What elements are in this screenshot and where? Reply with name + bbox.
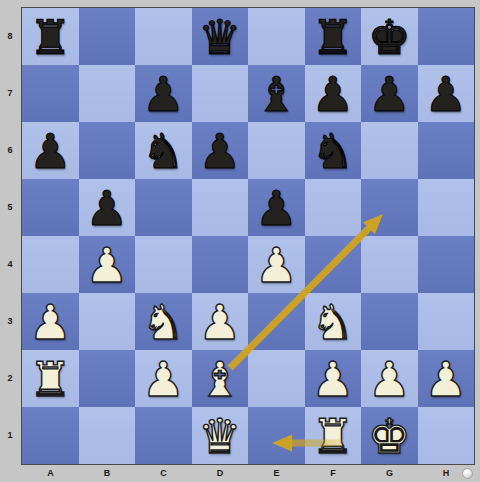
file-label-d: D: [192, 465, 249, 480]
white-knight[interactable]: ♞: [142, 298, 185, 346]
rank-label-8: 8: [0, 7, 20, 64]
rank-label-5: 5: [0, 178, 20, 235]
square-f3[interactable]: ♞: [305, 293, 362, 350]
white-pawn[interactable]: ♟: [368, 355, 411, 403]
white-king[interactable]: ♚: [368, 412, 411, 460]
white-pawn[interactable]: ♟: [255, 241, 298, 289]
rank-label-4: 4: [0, 235, 20, 292]
black-rook[interactable]: ♜: [29, 13, 72, 61]
black-knight[interactable]: ♞: [142, 127, 185, 175]
square-e2[interactable]: [248, 350, 305, 407]
square-a5[interactable]: [22, 179, 79, 236]
white-pawn[interactable]: ♟: [29, 298, 72, 346]
square-e5[interactable]: ♟: [248, 179, 305, 236]
white-queen[interactable]: ♛: [198, 412, 241, 460]
white-rook[interactable]: ♜: [29, 355, 72, 403]
black-pawn[interactable]: ♟: [198, 127, 241, 175]
chess-board: ♜♛♜♚♟♝♟♟♟♟♞♟♞♟♟♟♟♟♞♟♞♜♟♝♟♟♟♛♜♚: [21, 7, 475, 465]
square-a3[interactable]: ♟: [22, 293, 79, 350]
square-d7[interactable]: [192, 65, 249, 122]
square-a7[interactable]: [22, 65, 79, 122]
white-knight[interactable]: ♞: [311, 298, 354, 346]
rank-label-2: 2: [0, 349, 20, 406]
square-c2[interactable]: ♟: [135, 350, 192, 407]
resize-grip[interactable]: [462, 468, 473, 479]
square-b3[interactable]: [79, 293, 136, 350]
square-g7[interactable]: ♟: [361, 65, 418, 122]
square-h1[interactable]: [418, 407, 475, 464]
square-e8[interactable]: [248, 8, 305, 65]
black-pawn[interactable]: ♟: [29, 127, 72, 175]
file-label-c: C: [135, 465, 192, 480]
rank-label-1: 1: [0, 406, 20, 463]
square-h3[interactable]: [418, 293, 475, 350]
square-g5[interactable]: [361, 179, 418, 236]
rank-label-6: 6: [0, 121, 20, 178]
square-h6[interactable]: [418, 122, 475, 179]
black-pawn[interactable]: ♟: [142, 70, 185, 118]
rank-label-7: 7: [0, 64, 20, 121]
rank-label-3: 3: [0, 292, 20, 349]
square-e6[interactable]: [248, 122, 305, 179]
black-pawn[interactable]: ♟: [311, 70, 354, 118]
square-f4[interactable]: [305, 236, 362, 293]
square-h7[interactable]: ♟: [418, 65, 475, 122]
square-c6[interactable]: ♞: [135, 122, 192, 179]
square-b8[interactable]: [79, 8, 136, 65]
square-e3[interactable]: [248, 293, 305, 350]
square-c3[interactable]: ♞: [135, 293, 192, 350]
white-pawn[interactable]: ♟: [198, 298, 241, 346]
square-f1[interactable]: ♜: [305, 407, 362, 464]
square-b1[interactable]: [79, 407, 136, 464]
square-d5[interactable]: [192, 179, 249, 236]
square-h8[interactable]: [418, 8, 475, 65]
square-h5[interactable]: [418, 179, 475, 236]
square-b2[interactable]: [79, 350, 136, 407]
white-pawn[interactable]: ♟: [424, 355, 467, 403]
square-e7[interactable]: ♝: [248, 65, 305, 122]
square-h4[interactable]: [418, 236, 475, 293]
square-g4[interactable]: [361, 236, 418, 293]
file-label-b: B: [79, 465, 136, 480]
file-label-f: F: [305, 465, 362, 480]
square-g2[interactable]: ♟: [361, 350, 418, 407]
square-d2[interactable]: ♝: [192, 350, 249, 407]
file-label-a: A: [22, 465, 79, 480]
square-g6[interactable]: [361, 122, 418, 179]
black-king[interactable]: ♚: [368, 13, 411, 61]
white-pawn[interactable]: ♟: [311, 355, 354, 403]
square-e4[interactable]: ♟: [248, 236, 305, 293]
white-bishop[interactable]: ♝: [198, 355, 241, 403]
square-g3[interactable]: [361, 293, 418, 350]
square-b6[interactable]: [79, 122, 136, 179]
black-knight[interactable]: ♞: [311, 127, 354, 175]
square-g8[interactable]: ♚: [361, 8, 418, 65]
square-a6[interactable]: ♟: [22, 122, 79, 179]
file-label-g: G: [361, 465, 418, 480]
square-g1[interactable]: ♚: [361, 407, 418, 464]
square-f7[interactable]: ♟: [305, 65, 362, 122]
black-pawn[interactable]: ♟: [368, 70, 411, 118]
square-f2[interactable]: ♟: [305, 350, 362, 407]
square-a1[interactable]: [22, 407, 79, 464]
black-bishop[interactable]: ♝: [255, 70, 298, 118]
black-queen[interactable]: ♛: [198, 13, 241, 61]
black-rook[interactable]: ♜: [311, 13, 354, 61]
square-a2[interactable]: ♜: [22, 350, 79, 407]
square-c1[interactable]: [135, 407, 192, 464]
square-d6[interactable]: ♟: [192, 122, 249, 179]
white-pawn[interactable]: ♟: [85, 241, 128, 289]
file-label-e: E: [248, 465, 305, 480]
square-h2[interactable]: ♟: [418, 350, 475, 407]
square-f5[interactable]: [305, 179, 362, 236]
square-b7[interactable]: [79, 65, 136, 122]
black-pawn[interactable]: ♟: [85, 184, 128, 232]
square-a8[interactable]: ♜: [22, 8, 79, 65]
white-pawn[interactable]: ♟: [142, 355, 185, 403]
square-f6[interactable]: ♞: [305, 122, 362, 179]
square-c5[interactable]: [135, 179, 192, 236]
square-f8[interactable]: ♜: [305, 8, 362, 65]
square-b4[interactable]: ♟: [79, 236, 136, 293]
square-a4[interactable]: [22, 236, 79, 293]
white-rook[interactable]: ♜: [311, 412, 354, 460]
square-e1[interactable]: [248, 407, 305, 464]
square-c8[interactable]: [135, 8, 192, 65]
square-d3[interactable]: ♟: [192, 293, 249, 350]
square-c4[interactable]: [135, 236, 192, 293]
chessboard-panel: ♜♛♜♚♟♝♟♟♟♟♞♟♞♟♟♟♟♟♞♟♞♜♟♝♟♟♟♛♜♚ 87654321 …: [0, 0, 480, 482]
square-d1[interactable]: ♛: [192, 407, 249, 464]
black-pawn[interactable]: ♟: [424, 70, 467, 118]
square-c7[interactable]: ♟: [135, 65, 192, 122]
square-d8[interactable]: ♛: [192, 8, 249, 65]
black-pawn[interactable]: ♟: [255, 184, 298, 232]
square-d4[interactable]: [192, 236, 249, 293]
square-b5[interactable]: ♟: [79, 179, 136, 236]
